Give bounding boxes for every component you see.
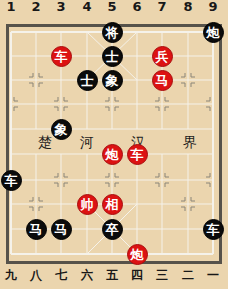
file-label-top-7: 7 [154, 0, 170, 14]
file-label-top-3: 3 [53, 0, 69, 14]
piece-black-elephant[interactable]: 象 [102, 70, 123, 91]
piece-red-cannon[interactable]: 炮 [102, 144, 123, 165]
piece-label: 兵 [156, 50, 169, 63]
piece-label: 象 [106, 74, 119, 87]
piece-red-chariot[interactable]: 车 [51, 46, 72, 67]
piece-label: 车 [207, 223, 220, 236]
piece-red-chariot[interactable]: 车 [127, 144, 148, 165]
piece-black-elephant[interactable]: 象 [51, 119, 72, 140]
file-label-bottom-1: 九 [2, 268, 20, 282]
file-label-bottom-9: 一 [204, 268, 222, 282]
piece-red-cannon[interactable]: 炮 [127, 244, 148, 265]
piece-black-general[interactable]: 将 [102, 22, 123, 43]
river-char-0: 楚 [37, 135, 53, 150]
file-label-bottom-8: 二 [179, 268, 197, 282]
piece-label: 马 [30, 223, 43, 236]
file-label-bottom-7: 三 [153, 268, 171, 282]
piece-red-soldier[interactable]: 兵 [152, 46, 173, 67]
piece-label: 士 [106, 50, 119, 63]
piece-label: 炮 [131, 248, 144, 261]
piece-red-general[interactable]: 帅 [77, 194, 98, 215]
piece-label: 士 [81, 74, 94, 87]
piece-black-advisor[interactable]: 士 [77, 70, 98, 91]
piece-label: 炮 [106, 148, 119, 161]
river-char-3: 界 [182, 135, 198, 150]
piece-label: 象 [55, 123, 68, 136]
piece-label: 车 [55, 50, 68, 63]
file-label-top-2: 2 [28, 0, 44, 14]
piece-label: 相 [106, 198, 119, 211]
piece-label: 马 [156, 74, 169, 87]
file-label-top-1: 1 [3, 0, 19, 14]
file-label-bottom-3: 七 [52, 268, 70, 282]
piece-label: 帅 [81, 198, 94, 211]
file-label-top-9: 9 [205, 0, 221, 14]
piece-red-horse[interactable]: 马 [152, 70, 173, 91]
piece-black-advisor[interactable]: 士 [102, 46, 123, 67]
piece-black-cannon[interactable]: 炮 [203, 22, 224, 43]
file-label-bottom-2: 八 [27, 268, 45, 282]
piece-label: 将 [106, 26, 119, 39]
piece-label: 车 [131, 148, 144, 161]
piece-label: 炮 [207, 26, 220, 39]
file-label-bottom-5: 五 [103, 268, 121, 282]
file-label-bottom-6: 四 [128, 268, 146, 282]
file-label-top-5: 5 [104, 0, 120, 14]
piece-black-horse[interactable]: 马 [51, 219, 72, 240]
xiangqi-app: 123456789 楚河汉界 将炮士士象象车马马卒车车兵马炮车帅相炮 九八七六五… [0, 0, 228, 289]
file-label-top-6: 6 [129, 0, 145, 14]
piece-black-chariot[interactable]: 车 [203, 219, 224, 240]
piece-label: 马 [55, 223, 68, 236]
river-char-1: 河 [79, 135, 95, 150]
piece-label: 车 [5, 174, 18, 187]
piece-label: 卒 [106, 223, 119, 236]
piece-black-horse[interactable]: 马 [26, 219, 47, 240]
piece-black-chariot[interactable]: 车 [1, 170, 22, 191]
file-label-bottom-4: 六 [78, 268, 96, 282]
file-label-top-8: 8 [180, 0, 196, 14]
file-label-top-4: 4 [79, 0, 95, 14]
piece-red-elephant[interactable]: 相 [102, 194, 123, 215]
piece-black-soldier[interactable]: 卒 [102, 219, 123, 240]
